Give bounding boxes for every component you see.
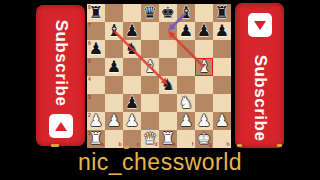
square-f6[interactable] (177, 40, 195, 58)
square-h2[interactable]: ♟ (213, 112, 231, 130)
square-h7[interactable]: ♟ (213, 22, 231, 40)
square-b2[interactable]: ♟ (105, 112, 123, 130)
rank-label: 7 (88, 23, 91, 28)
square-e7[interactable] (159, 22, 177, 40)
piece-white-pawn[interactable]: ♟ (197, 112, 211, 130)
piece-black-knight[interactable]: ♞ (125, 40, 139, 58)
square-a1[interactable]: 1a♜ (87, 130, 105, 148)
play-up-icon (55, 122, 67, 131)
square-g4[interactable] (195, 76, 213, 94)
file-label: a (101, 142, 104, 147)
decorative-tick (237, 144, 242, 147)
square-a8[interactable]: 8♜ (87, 4, 105, 22)
file-label: f (192, 142, 194, 147)
square-f5[interactable] (177, 58, 195, 76)
file-label: g (208, 142, 211, 147)
chess-board[interactable]: 8♜♛♚♝♜7♝♟♟♟♟6♟♞5♟♝♝4♞3♟♞2♟♟♟♟♟♟1a♜bcd♛e♜… (87, 4, 231, 148)
piece-white-pawn[interactable]: ♟ (179, 112, 193, 130)
piece-black-bishop[interactable]: ♝ (179, 4, 193, 22)
rank-label: 1 (88, 131, 91, 136)
channel-name: nic_chessworld (0, 149, 320, 176)
square-g6[interactable] (195, 40, 213, 58)
square-h5[interactable] (213, 58, 231, 76)
square-e2[interactable] (159, 112, 177, 130)
square-h3[interactable] (213, 94, 231, 112)
square-d4[interactable] (141, 76, 159, 94)
piece-black-pawn[interactable]: ♟ (107, 58, 121, 76)
square-e4[interactable]: ♞ (159, 76, 177, 94)
square-c2[interactable]: ♟ (123, 112, 141, 130)
square-a5[interactable]: 5 (87, 58, 105, 76)
piece-white-bishop[interactable]: ♝ (143, 58, 157, 76)
square-e8[interactable]: ♚ (159, 4, 177, 22)
video-frame: Subscribe 8♜♛♚♝♜7♝♟♟♟♟6♟♞5♟♝♝4♞3♟♞2♟♟♟♟♟… (0, 0, 320, 180)
square-d2[interactable] (141, 112, 159, 130)
decorative-tick (124, 146, 129, 149)
square-c8[interactable] (123, 4, 141, 22)
square-a6[interactable]: 6♟ (87, 40, 105, 58)
square-a4[interactable]: 4 (87, 76, 105, 94)
rank-label: 5 (88, 59, 91, 64)
piece-black-knight[interactable]: ♞ (161, 76, 175, 94)
piece-black-pawn[interactable]: ♟ (125, 22, 139, 40)
subscribe-label: Subscribe (250, 55, 270, 142)
square-e5[interactable] (159, 58, 177, 76)
square-e1[interactable]: e♜ (159, 130, 177, 148)
square-b7[interactable]: ♝ (105, 22, 123, 40)
square-b1[interactable]: b (105, 130, 123, 148)
piece-black-pawn[interactable]: ♟ (197, 22, 211, 40)
subscribe-label: Subscribe (51, 20, 71, 107)
square-c7[interactable]: ♟ (123, 22, 141, 40)
square-f8[interactable]: ♝ (177, 4, 195, 22)
subscribe-banner-right[interactable]: Subscribe (235, 3, 284, 148)
square-e6[interactable] (159, 40, 177, 58)
square-d7[interactable] (141, 22, 159, 40)
square-h1[interactable]: h (213, 130, 231, 148)
square-a3[interactable]: 3 (87, 94, 105, 112)
youtube-play-icon (49, 114, 73, 138)
piece-black-king[interactable]: ♚ (161, 4, 175, 22)
piece-white-knight[interactable]: ♞ (179, 94, 193, 112)
file-label: c (137, 142, 140, 147)
play-down-icon (254, 21, 266, 30)
square-f2[interactable]: ♟ (177, 112, 195, 130)
square-a2[interactable]: 2♟ (87, 112, 105, 130)
piece-white-pawn[interactable]: ♟ (125, 112, 139, 130)
piece-black-rook[interactable]: ♜ (215, 4, 229, 22)
decorative-tick (51, 144, 59, 147)
square-g5[interactable]: ♝ (195, 58, 213, 76)
piece-black-bishop[interactable]: ♝ (107, 22, 121, 40)
square-d1[interactable]: d♛ (141, 130, 159, 148)
square-c3[interactable]: ♟ (123, 94, 141, 112)
subscribe-banner-left[interactable]: Subscribe (36, 5, 85, 146)
file-label: e (173, 142, 176, 147)
square-b5[interactable]: ♟ (105, 58, 123, 76)
piece-black-pawn[interactable]: ♟ (215, 22, 229, 40)
decorative-tick (277, 144, 282, 147)
piece-white-pawn[interactable]: ♟ (107, 112, 121, 130)
square-g8[interactable] (195, 4, 213, 22)
piece-black-pawn[interactable]: ♟ (179, 22, 193, 40)
square-c5[interactable] (123, 58, 141, 76)
square-f7[interactable]: ♟ (177, 22, 195, 40)
square-c4[interactable] (123, 76, 141, 94)
file-label: h (226, 142, 229, 147)
square-g3[interactable] (195, 94, 213, 112)
file-label: d (154, 142, 157, 147)
square-h8[interactable]: ♜ (213, 4, 231, 22)
square-g1[interactable]: g♚ (195, 130, 213, 148)
rank-label: 2 (88, 113, 91, 118)
piece-white-pawn[interactable]: ♟ (215, 112, 229, 130)
square-e3[interactable] (159, 94, 177, 112)
square-h6[interactable] (213, 40, 231, 58)
square-c6[interactable]: ♞ (123, 40, 141, 58)
square-f4[interactable] (177, 76, 195, 94)
square-d5[interactable]: ♝ (141, 58, 159, 76)
piece-white-bishop[interactable]: ♝ (197, 58, 211, 76)
rank-label: 3 (88, 95, 91, 100)
file-label: b (118, 142, 121, 147)
square-b8[interactable] (105, 4, 123, 22)
square-b6[interactable] (105, 40, 123, 58)
square-g7[interactable]: ♟ (195, 22, 213, 40)
square-f3[interactable]: ♞ (177, 94, 195, 112)
piece-black-queen[interactable]: ♛ (143, 4, 157, 22)
square-b3[interactable] (105, 94, 123, 112)
square-d3[interactable] (141, 94, 159, 112)
square-h4[interactable] (213, 76, 231, 94)
youtube-play-icon (248, 13, 272, 37)
square-b4[interactable] (105, 76, 123, 94)
square-g2[interactable]: ♟ (195, 112, 213, 130)
rank-label: 8 (88, 5, 91, 10)
rank-label: 6 (88, 41, 91, 46)
piece-black-pawn[interactable]: ♟ (125, 94, 139, 112)
square-d6[interactable] (141, 40, 159, 58)
rank-label: 4 (88, 77, 91, 82)
square-d8[interactable]: ♛ (141, 4, 159, 22)
square-a7[interactable]: 7 (87, 22, 105, 40)
square-f1[interactable]: f (177, 130, 195, 148)
